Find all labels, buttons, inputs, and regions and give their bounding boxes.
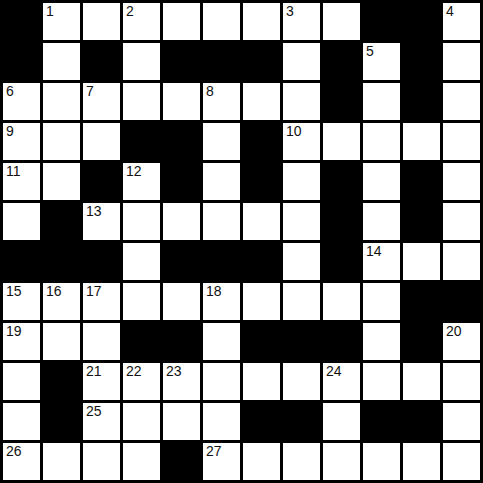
cell-r2c5[interactable]: 8 <box>203 83 240 120</box>
block-cell-r10c7 <box>283 403 320 440</box>
cell-r5c11[interactable] <box>443 203 480 240</box>
cell-r6c9[interactable]: 14 <box>363 243 400 280</box>
cell-r2c7[interactable] <box>283 83 320 120</box>
cell-r8c2[interactable] <box>83 323 120 360</box>
block-cell-r3c6 <box>243 123 280 160</box>
clue-number-9: 9 <box>6 124 14 138</box>
block-cell-r1c0 <box>3 43 40 80</box>
clue-number-24: 24 <box>326 364 342 378</box>
cell-r11c6[interactable] <box>243 443 280 480</box>
cell-r4c11[interactable] <box>443 163 480 200</box>
cell-r2c3[interactable] <box>123 83 160 120</box>
cell-r4c7[interactable] <box>283 163 320 200</box>
cell-r7c6[interactable] <box>243 283 280 320</box>
cell-r9c4[interactable]: 23 <box>163 363 200 400</box>
block-cell-r6c2 <box>83 243 120 280</box>
cell-r5c2[interactable]: 13 <box>83 203 120 240</box>
cell-r5c7[interactable] <box>283 203 320 240</box>
clue-number-17: 17 <box>86 284 102 298</box>
cell-r6c7[interactable] <box>283 243 320 280</box>
cell-r10c5[interactable] <box>203 403 240 440</box>
cell-r2c11[interactable] <box>443 83 480 120</box>
block-cell-r6c5 <box>203 243 240 280</box>
block-cell-r8c4 <box>163 323 200 360</box>
cell-r7c9[interactable] <box>363 283 400 320</box>
cell-r4c1[interactable] <box>43 163 80 200</box>
cell-r6c11[interactable] <box>443 243 480 280</box>
block-cell-r2c8 <box>323 83 360 120</box>
cell-r7c4[interactable] <box>163 283 200 320</box>
clue-number-21: 21 <box>86 364 102 378</box>
cell-r3c1[interactable] <box>43 123 80 160</box>
block-cell-r8c3 <box>123 323 160 360</box>
cell-r4c0[interactable]: 11 <box>3 163 40 200</box>
clue-number-3: 3 <box>286 4 294 18</box>
cell-r8c5[interactable] <box>203 323 240 360</box>
cell-r3c0[interactable]: 9 <box>3 123 40 160</box>
cell-r3c10[interactable] <box>403 123 440 160</box>
block-cell-r7c11 <box>443 283 480 320</box>
cell-r11c10[interactable] <box>403 443 440 480</box>
cell-r3c11[interactable] <box>443 123 480 160</box>
cell-r3c8[interactable] <box>323 123 360 160</box>
cell-r5c4[interactable] <box>163 203 200 240</box>
cell-r8c1[interactable] <box>43 323 80 360</box>
block-cell-r7c10 <box>403 283 440 320</box>
clue-number-2: 2 <box>126 4 134 18</box>
cell-r9c10[interactable] <box>403 363 440 400</box>
clue-number-7: 7 <box>86 84 94 98</box>
cell-r0c4[interactable] <box>163 3 200 40</box>
cell-r11c1[interactable] <box>43 443 80 480</box>
cell-r0c8[interactable] <box>323 3 360 40</box>
block-cell-r8c6 <box>243 323 280 360</box>
block-cell-r8c8 <box>323 323 360 360</box>
clue-number-8: 8 <box>206 84 214 98</box>
block-cell-r1c2 <box>83 43 120 80</box>
block-cell-r2c10 <box>403 83 440 120</box>
block-cell-r0c0 <box>3 3 40 40</box>
cell-r10c3[interactable] <box>123 403 160 440</box>
block-cell-r5c8 <box>323 203 360 240</box>
cell-r3c7[interactable]: 10 <box>283 123 320 160</box>
block-cell-r6c8 <box>323 243 360 280</box>
cell-r7c1[interactable]: 16 <box>43 283 80 320</box>
cell-r7c7[interactable] <box>283 283 320 320</box>
cell-r7c0[interactable]: 15 <box>3 283 40 320</box>
block-cell-r4c2 <box>83 163 120 200</box>
clue-number-5: 5 <box>366 44 374 58</box>
cell-r0c7[interactable]: 3 <box>283 3 320 40</box>
cell-r8c11[interactable]: 20 <box>443 323 480 360</box>
cell-r6c3[interactable] <box>123 243 160 280</box>
block-cell-r1c6 <box>243 43 280 80</box>
block-cell-r3c4 <box>163 123 200 160</box>
clue-number-4: 4 <box>446 4 454 18</box>
clue-number-16: 16 <box>46 284 62 298</box>
block-cell-r4c10 <box>403 163 440 200</box>
clue-number-13: 13 <box>86 204 102 218</box>
clue-number-15: 15 <box>6 284 22 298</box>
clue-number-11: 11 <box>6 164 21 178</box>
block-cell-r5c10 <box>403 203 440 240</box>
cell-r10c11[interactable] <box>443 403 480 440</box>
block-cell-r1c5 <box>203 43 240 80</box>
cell-r11c7[interactable] <box>283 443 320 480</box>
block-cell-r10c6 <box>243 403 280 440</box>
block-cell-r0c9 <box>363 3 400 40</box>
cell-r11c2[interactable] <box>83 443 120 480</box>
clue-number-23: 23 <box>166 364 182 378</box>
cell-r6c10[interactable] <box>403 243 440 280</box>
cell-r11c11[interactable] <box>443 443 480 480</box>
clue-number-22: 22 <box>126 364 142 378</box>
cell-r10c8[interactable] <box>323 403 360 440</box>
block-cell-r11c4 <box>163 443 200 480</box>
cell-r11c3[interactable] <box>123 443 160 480</box>
block-cell-r1c10 <box>403 43 440 80</box>
crossword-board: 1234567891011121314151617181920212223242… <box>0 0 483 483</box>
cell-r3c2[interactable] <box>83 123 120 160</box>
block-cell-r5c1 <box>43 203 80 240</box>
cell-r9c3[interactable]: 22 <box>123 363 160 400</box>
cell-r9c7[interactable] <box>283 363 320 400</box>
cell-r11c0[interactable]: 26 <box>3 443 40 480</box>
cell-r10c4[interactable] <box>163 403 200 440</box>
cell-r0c6[interactable] <box>243 3 280 40</box>
cell-r9c2[interactable]: 21 <box>83 363 120 400</box>
cell-r2c4[interactable] <box>163 83 200 120</box>
block-cell-r3c3 <box>123 123 160 160</box>
cell-r7c3[interactable] <box>123 283 160 320</box>
cell-r9c0[interactable] <box>3 363 40 400</box>
block-cell-r6c4 <box>163 243 200 280</box>
block-cell-r10c10 <box>403 403 440 440</box>
cell-r2c2[interactable]: 7 <box>83 83 120 120</box>
clue-number-10: 10 <box>286 124 302 138</box>
cell-r0c1[interactable]: 1 <box>43 3 80 40</box>
block-cell-r1c4 <box>163 43 200 80</box>
cell-r9c8[interactable]: 24 <box>323 363 360 400</box>
clue-number-27: 27 <box>206 444 222 458</box>
block-cell-r6c6 <box>243 243 280 280</box>
block-cell-r1c8 <box>323 43 360 80</box>
cell-r4c9[interactable] <box>363 163 400 200</box>
cell-r5c5[interactable] <box>203 203 240 240</box>
block-cell-r10c9 <box>363 403 400 440</box>
clue-number-25: 25 <box>86 404 102 418</box>
cell-r1c11[interactable] <box>443 43 480 80</box>
cell-r10c2[interactable]: 25 <box>83 403 120 440</box>
clue-number-14: 14 <box>366 244 382 258</box>
cell-r11c5[interactable]: 27 <box>203 443 240 480</box>
cell-r7c2[interactable]: 17 <box>83 283 120 320</box>
cell-r9c6[interactable] <box>243 363 280 400</box>
block-cell-r4c8 <box>323 163 360 200</box>
cell-r5c0[interactable] <box>3 203 40 240</box>
cell-r7c8[interactable] <box>323 283 360 320</box>
clue-number-6: 6 <box>6 84 14 98</box>
cell-r11c8[interactable] <box>323 443 360 480</box>
cell-r3c9[interactable] <box>363 123 400 160</box>
cell-r4c5[interactable] <box>203 163 240 200</box>
cell-r1c1[interactable] <box>43 43 80 80</box>
block-cell-r0c10 <box>403 3 440 40</box>
block-cell-r6c1 <box>43 243 80 280</box>
cell-r8c9[interactable] <box>363 323 400 360</box>
cell-r5c6[interactable] <box>243 203 280 240</box>
cell-r1c9[interactable]: 5 <box>363 43 400 80</box>
cell-r0c11[interactable]: 4 <box>443 3 480 40</box>
cell-r9c5[interactable] <box>203 363 240 400</box>
cell-r1c3[interactable] <box>123 43 160 80</box>
cell-r8c0[interactable]: 19 <box>3 323 40 360</box>
cell-r10c0[interactable] <box>3 403 40 440</box>
cell-r0c2[interactable] <box>83 3 120 40</box>
block-cell-r4c6 <box>243 163 280 200</box>
clue-number-20: 20 <box>446 324 462 338</box>
block-cell-r9c1 <box>43 363 80 400</box>
clue-number-1: 1 <box>46 4 54 18</box>
cell-r1c7[interactable] <box>283 43 320 80</box>
block-cell-r6c0 <box>3 243 40 280</box>
clue-number-19: 19 <box>6 324 22 338</box>
block-cell-r4c4 <box>163 163 200 200</box>
cell-r0c3[interactable]: 2 <box>123 3 160 40</box>
cell-r0c5[interactable] <box>203 3 240 40</box>
cell-r11c9[interactable] <box>363 443 400 480</box>
clue-number-18: 18 <box>206 284 222 298</box>
cell-r3c5[interactable] <box>203 123 240 160</box>
cell-r5c3[interactable] <box>123 203 160 240</box>
cell-r2c1[interactable] <box>43 83 80 120</box>
cell-r2c9[interactable] <box>363 83 400 120</box>
clue-number-12: 12 <box>126 164 142 178</box>
clue-number-26: 26 <box>6 444 22 458</box>
cell-r4c3[interactable]: 12 <box>123 163 160 200</box>
block-cell-r8c7 <box>283 323 320 360</box>
cell-r7c5[interactable]: 18 <box>203 283 240 320</box>
block-cell-r8c10 <box>403 323 440 360</box>
cell-r9c11[interactable] <box>443 363 480 400</box>
block-cell-r10c1 <box>43 403 80 440</box>
cell-r9c9[interactable] <box>363 363 400 400</box>
cell-r5c9[interactable] <box>363 203 400 240</box>
cell-r2c6[interactable] <box>243 83 280 120</box>
cell-r2c0[interactable]: 6 <box>3 83 40 120</box>
